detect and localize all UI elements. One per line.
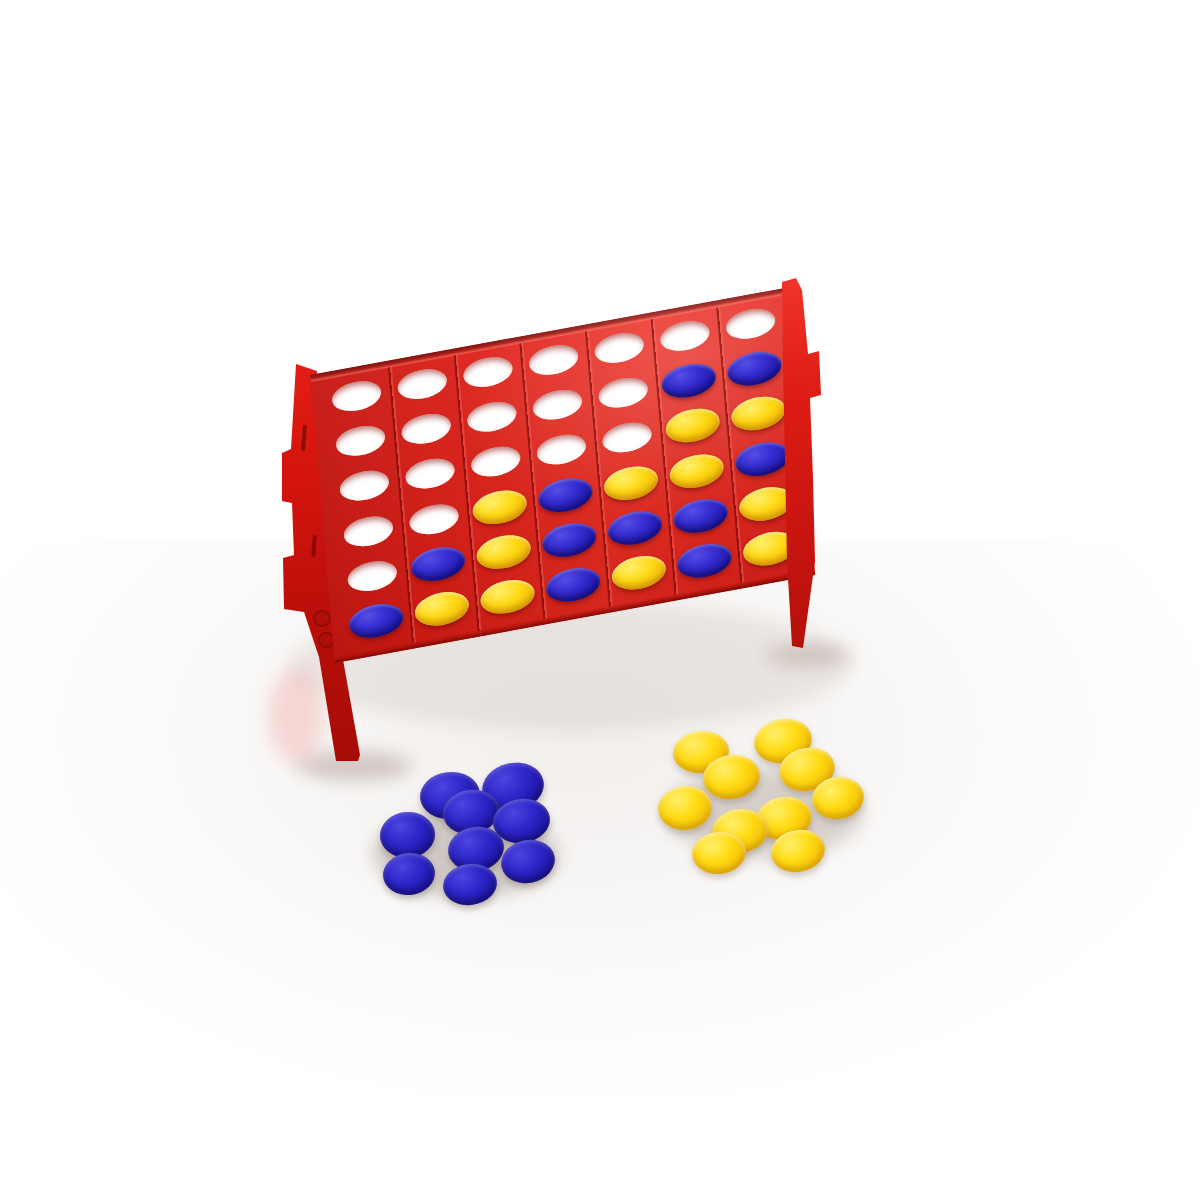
yellow-pile-disc [656,784,714,833]
yellow-pile [0,0,1200,1200]
product-photo-stage [0,0,1200,1200]
